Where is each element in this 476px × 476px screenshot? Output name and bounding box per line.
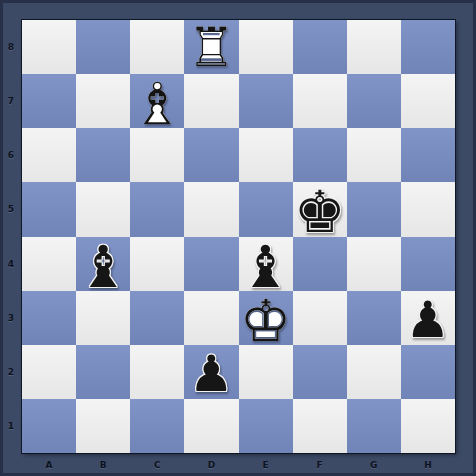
square-h1[interactable]: [401, 399, 455, 453]
square-d1[interactable]: [184, 399, 238, 453]
piece-glyph: ♚: [294, 183, 346, 241]
chess-board: ♜♖♝♗♚♝♝♚♔♟♟: [22, 20, 455, 453]
black-bishop[interactable]: ♝: [239, 237, 293, 291]
square-b8[interactable]: [76, 20, 130, 74]
square-d3[interactable]: [184, 291, 238, 345]
square-b1[interactable]: [76, 399, 130, 453]
square-a1[interactable]: [22, 399, 76, 453]
rank-label-5: 5: [0, 182, 22, 236]
piece-outline-glyph: ♔: [240, 292, 292, 350]
square-a5[interactable]: [22, 182, 76, 236]
square-g5[interactable]: [347, 182, 401, 236]
square-e6[interactable]: [239, 128, 293, 182]
piece-outline-glyph: ♖: [187, 21, 235, 75]
rank-label-2: 2: [0, 345, 22, 399]
square-b5[interactable]: [76, 182, 130, 236]
square-g4[interactable]: [347, 237, 401, 291]
white-king[interactable]: ♚♔: [239, 291, 293, 345]
board-frame: 87654321 ABCDEFGH ♜♖♝♗♚♝♝♚♔♟♟: [0, 0, 476, 476]
file-labels: ABCDEFGH: [22, 453, 455, 476]
white-bishop[interactable]: ♝♗: [130, 74, 184, 128]
black-pawn[interactable]: ♟: [401, 291, 455, 345]
file-label-a: A: [22, 453, 76, 476]
rank-label-4: 4: [0, 237, 22, 291]
square-d8[interactable]: ♜♖: [184, 20, 238, 74]
square-f1[interactable]: [293, 399, 347, 453]
file-label-c: C: [130, 453, 184, 476]
square-c3[interactable]: [130, 291, 184, 345]
square-d5[interactable]: [184, 182, 238, 236]
square-f7[interactable]: [293, 74, 347, 128]
piece-glyph: ♟: [189, 349, 234, 399]
square-f3[interactable]: [293, 291, 347, 345]
square-h6[interactable]: [401, 128, 455, 182]
square-a3[interactable]: [22, 291, 76, 345]
square-e2[interactable]: [239, 345, 293, 399]
square-h7[interactable]: [401, 74, 455, 128]
square-g3[interactable]: [347, 291, 401, 345]
square-h3[interactable]: ♟: [401, 291, 455, 345]
square-f6[interactable]: [293, 128, 347, 182]
black-pawn[interactable]: ♟: [184, 345, 238, 399]
square-c2[interactable]: [130, 345, 184, 399]
square-f4[interactable]: [293, 237, 347, 291]
square-d6[interactable]: [184, 128, 238, 182]
square-e7[interactable]: [239, 74, 293, 128]
square-d4[interactable]: [184, 237, 238, 291]
white-rook[interactable]: ♜♖: [184, 20, 238, 74]
rank-label-3: 3: [0, 291, 22, 345]
file-label-d: D: [184, 453, 238, 476]
square-h8[interactable]: [401, 20, 455, 74]
square-f8[interactable]: [293, 20, 347, 74]
rank-label-7: 7: [0, 74, 22, 128]
square-a4[interactable]: [22, 237, 76, 291]
rank-label-8: 8: [0, 20, 22, 74]
rank-label-6: 6: [0, 128, 22, 182]
square-c6[interactable]: [130, 128, 184, 182]
square-h4[interactable]: [401, 237, 455, 291]
rank-label-1: 1: [0, 399, 22, 453]
square-a7[interactable]: [22, 74, 76, 128]
square-b7[interactable]: [76, 74, 130, 128]
file-label-f: F: [293, 453, 347, 476]
square-c7[interactable]: ♝♗: [130, 74, 184, 128]
file-label-h: H: [401, 453, 455, 476]
square-e4[interactable]: ♝: [239, 237, 293, 291]
square-h5[interactable]: [401, 182, 455, 236]
square-b2[interactable]: [76, 345, 130, 399]
square-d7[interactable]: [184, 74, 238, 128]
square-e5[interactable]: [239, 182, 293, 236]
square-b4[interactable]: ♝: [76, 237, 130, 291]
piece-glyph: ♟: [406, 295, 451, 345]
square-b6[interactable]: [76, 128, 130, 182]
file-label-b: B: [76, 453, 130, 476]
square-f2[interactable]: [293, 345, 347, 399]
file-label-e: E: [239, 453, 293, 476]
square-g8[interactable]: [347, 20, 401, 74]
black-bishop[interactable]: ♝: [76, 237, 130, 291]
square-g2[interactable]: [347, 345, 401, 399]
square-c5[interactable]: [130, 182, 184, 236]
rank-labels: 87654321: [0, 20, 22, 453]
square-a6[interactable]: [22, 128, 76, 182]
square-f5[interactable]: ♚: [293, 182, 347, 236]
square-g7[interactable]: [347, 74, 401, 128]
square-g6[interactable]: [347, 128, 401, 182]
piece-outline-glyph: ♗: [131, 75, 183, 133]
square-c1[interactable]: [130, 399, 184, 453]
square-b3[interactable]: [76, 291, 130, 345]
black-king[interactable]: ♚: [293, 182, 347, 236]
square-a2[interactable]: [22, 345, 76, 399]
square-e1[interactable]: [239, 399, 293, 453]
file-label-g: G: [347, 453, 401, 476]
piece-glyph: ♝: [77, 238, 129, 296]
square-d2[interactable]: ♟: [184, 345, 238, 399]
square-c4[interactable]: [130, 237, 184, 291]
square-g1[interactable]: [347, 399, 401, 453]
square-c8[interactable]: [130, 20, 184, 74]
square-e8[interactable]: [239, 20, 293, 74]
square-h2[interactable]: [401, 345, 455, 399]
square-e3[interactable]: ♚♔: [239, 291, 293, 345]
square-a8[interactable]: [22, 20, 76, 74]
